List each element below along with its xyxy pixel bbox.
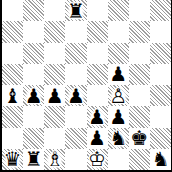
black-knight-f2[interactable]: ♞ <box>108 128 129 149</box>
square-g5[interactable] <box>129 64 150 85</box>
square-d2[interactable] <box>65 128 86 149</box>
square-a5[interactable] <box>2 64 23 85</box>
square-c3[interactable] <box>44 106 65 127</box>
square-c5[interactable] <box>44 64 65 85</box>
square-h6[interactable] <box>150 43 171 64</box>
square-b6[interactable] <box>23 43 44 64</box>
black-queen-a1[interactable]: ♛ <box>2 149 23 170</box>
square-g4[interactable] <box>129 85 150 106</box>
square-h4[interactable] <box>150 85 171 106</box>
square-e6[interactable] <box>87 43 108 64</box>
square-c6[interactable] <box>44 43 65 64</box>
square-d4[interactable]: ♟ <box>65 85 86 106</box>
square-f8[interactable] <box>108 0 129 21</box>
black-bishop-a4[interactable]: ♝ <box>2 85 23 106</box>
square-f6[interactable] <box>108 43 129 64</box>
square-e2[interactable]: ♟ <box>87 128 108 149</box>
square-f2[interactable]: ♞ <box>108 128 129 149</box>
square-f3[interactable]: ♟ <box>108 106 129 127</box>
square-g2[interactable]: ♚ <box>129 128 150 149</box>
black-pawn-c4[interactable]: ♟ <box>44 85 65 106</box>
square-g7[interactable] <box>129 21 150 42</box>
square-h8[interactable] <box>150 0 171 21</box>
square-g6[interactable] <box>129 43 150 64</box>
square-h5[interactable] <box>150 64 171 85</box>
white-pawn-f4[interactable]: ♙ <box>108 85 129 106</box>
square-e1[interactable]: ♔ <box>87 149 108 170</box>
square-d1[interactable] <box>65 149 86 170</box>
square-a2[interactable] <box>2 128 23 149</box>
square-d7[interactable] <box>65 21 86 42</box>
square-c4[interactable]: ♟ <box>44 85 65 106</box>
square-h7[interactable] <box>150 21 171 42</box>
square-c8[interactable] <box>44 0 65 21</box>
square-g8[interactable] <box>129 0 150 21</box>
chess-board: ♜♟♝♟♟♟♙♟♟♟♞♚♛♜♗♔♞ <box>0 0 172 172</box>
black-pawn-f3[interactable]: ♟ <box>108 106 129 127</box>
square-d5[interactable] <box>65 64 86 85</box>
black-rook-b1[interactable]: ♜ <box>23 149 44 170</box>
square-e4[interactable] <box>87 85 108 106</box>
black-pawn-b4[interactable]: ♟ <box>23 85 44 106</box>
square-e5[interactable] <box>87 64 108 85</box>
square-a1[interactable]: ♛ <box>2 149 23 170</box>
square-d8[interactable]: ♜ <box>65 0 86 21</box>
square-g1[interactable] <box>129 149 150 170</box>
white-king-e1[interactable]: ♔ <box>87 149 108 170</box>
black-pawn-d4[interactable]: ♟ <box>65 85 86 106</box>
square-d3[interactable] <box>65 106 86 127</box>
square-a8[interactable] <box>2 0 23 21</box>
square-e8[interactable] <box>87 0 108 21</box>
square-c7[interactable] <box>44 21 65 42</box>
square-a4[interactable]: ♝ <box>2 85 23 106</box>
black-knight-h1[interactable]: ♞ <box>150 149 171 170</box>
square-b2[interactable] <box>23 128 44 149</box>
square-h1[interactable]: ♞ <box>150 149 171 170</box>
square-b7[interactable] <box>23 21 44 42</box>
square-f1[interactable] <box>108 149 129 170</box>
square-b5[interactable] <box>23 64 44 85</box>
square-h2[interactable] <box>150 128 171 149</box>
square-e7[interactable] <box>87 21 108 42</box>
square-b8[interactable] <box>23 0 44 21</box>
square-b4[interactable]: ♟ <box>23 85 44 106</box>
black-pawn-e3[interactable]: ♟ <box>87 106 108 127</box>
square-a3[interactable] <box>2 106 23 127</box>
black-king-g2[interactable]: ♚ <box>129 128 150 149</box>
square-f7[interactable] <box>108 21 129 42</box>
square-f4[interactable]: ♙ <box>108 85 129 106</box>
square-h3[interactable] <box>150 106 171 127</box>
black-rook-d8[interactable]: ♜ <box>65 0 86 21</box>
square-f5[interactable]: ♟ <box>108 64 129 85</box>
white-bishop-c1[interactable]: ♗ <box>44 149 65 170</box>
square-d6[interactable] <box>65 43 86 64</box>
square-a7[interactable] <box>2 21 23 42</box>
square-c2[interactable] <box>44 128 65 149</box>
black-pawn-f5[interactable]: ♟ <box>108 64 129 85</box>
square-c1[interactable]: ♗ <box>44 149 65 170</box>
square-g3[interactable] <box>129 106 150 127</box>
square-b3[interactable] <box>23 106 44 127</box>
square-a6[interactable] <box>2 43 23 64</box>
black-pawn-e2[interactable]: ♟ <box>87 128 108 149</box>
square-e3[interactable]: ♟ <box>87 106 108 127</box>
square-b1[interactable]: ♜ <box>23 149 44 170</box>
